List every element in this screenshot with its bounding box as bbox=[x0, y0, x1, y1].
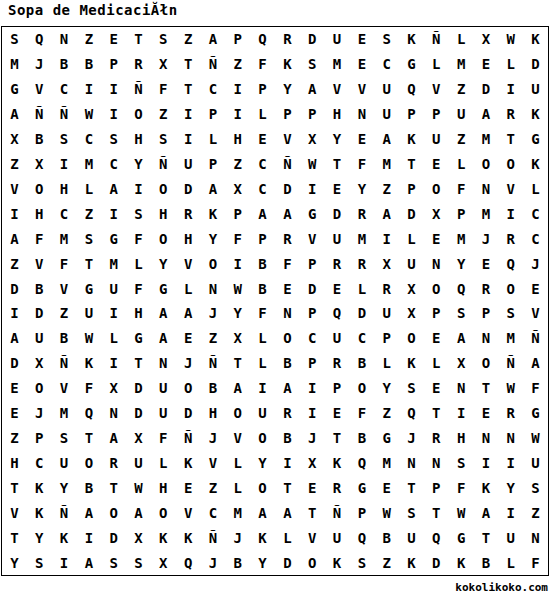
grid-cell: P bbox=[300, 251, 325, 276]
grid-cell: C bbox=[52, 201, 77, 226]
grid-cell: Z bbox=[76, 27, 101, 52]
grid-cell: Z bbox=[523, 500, 548, 525]
grid-cell: O bbox=[76, 450, 101, 475]
grid-cell: Ñ bbox=[201, 351, 226, 376]
grid-cell: K bbox=[325, 550, 350, 575]
grid-cell: F bbox=[225, 226, 250, 251]
grid-cell: S bbox=[52, 127, 77, 152]
grid-cell: E bbox=[349, 52, 374, 77]
grid-cell: X bbox=[225, 326, 250, 351]
grid-cell: N bbox=[101, 401, 126, 426]
grid-cell: B bbox=[52, 52, 77, 77]
grid-cell: T bbox=[325, 426, 350, 451]
grid-cell: D bbox=[101, 525, 126, 550]
grid-cell: U bbox=[52, 450, 77, 475]
grid-cell: T bbox=[225, 351, 250, 376]
grid-cell: L bbox=[225, 475, 250, 500]
grid-cell: A bbox=[101, 426, 126, 451]
grid-cell: K bbox=[399, 127, 424, 152]
grid-cell: N bbox=[399, 450, 424, 475]
grid-cell: C bbox=[101, 152, 126, 177]
grid-cell: Z bbox=[201, 475, 226, 500]
grid-cell: Y bbox=[27, 525, 52, 550]
grid-cell: S bbox=[2, 27, 27, 52]
grid-cell: A bbox=[101, 176, 126, 201]
grid-cell: N bbox=[523, 525, 548, 550]
grid-cell: Ñ bbox=[176, 426, 201, 451]
grid-cell: L bbox=[349, 276, 374, 301]
grid-cell: X bbox=[399, 276, 424, 301]
grid-cell: T bbox=[76, 426, 101, 451]
grid-cell: V bbox=[27, 77, 52, 102]
grid-cell: K bbox=[27, 475, 52, 500]
grid-cell: Y bbox=[325, 127, 350, 152]
grid-cell: P bbox=[300, 102, 325, 127]
grid-cell: M bbox=[449, 52, 474, 77]
grid-cell: E bbox=[424, 326, 449, 351]
grid-cell: J bbox=[201, 301, 226, 326]
grid-cell: L bbox=[176, 276, 201, 301]
grid-cell: U bbox=[374, 301, 399, 326]
grid-cell: Z bbox=[225, 152, 250, 177]
grid-cell: U bbox=[399, 525, 424, 550]
grid-cell: T bbox=[474, 376, 499, 401]
grid-cell: T bbox=[2, 475, 27, 500]
grid-cell: J bbox=[201, 550, 226, 575]
grid-cell: X bbox=[151, 550, 176, 575]
grid-cell: K bbox=[176, 525, 201, 550]
grid-cell: A bbox=[76, 500, 101, 525]
grid-cell: N bbox=[474, 176, 499, 201]
grid-cell: P bbox=[424, 475, 449, 500]
grid-cell: E bbox=[325, 176, 350, 201]
grid-cell: M bbox=[325, 52, 350, 77]
grid-cell: N bbox=[52, 27, 77, 52]
grid-cell: Q bbox=[250, 27, 275, 52]
grid-cell: M bbox=[474, 201, 499, 226]
grid-cell: P bbox=[325, 376, 350, 401]
grid-cell: V bbox=[201, 450, 226, 475]
grid-cell: U bbox=[151, 376, 176, 401]
grid-cell: X bbox=[300, 127, 325, 152]
grid-cell: H bbox=[52, 176, 77, 201]
grid-cell: D bbox=[275, 176, 300, 201]
grid-cell: L bbox=[275, 525, 300, 550]
grid-cell: F bbox=[250, 52, 275, 77]
grid-cell: X bbox=[474, 27, 499, 52]
grid-cell: B bbox=[201, 376, 226, 401]
grid-cell: Y bbox=[52, 475, 77, 500]
grid-cell: F bbox=[126, 276, 151, 301]
grid-cell: T bbox=[399, 152, 424, 177]
grid-cell: P bbox=[474, 301, 499, 326]
grid-cell: W bbox=[225, 276, 250, 301]
grid-cell: K bbox=[151, 525, 176, 550]
grid-cell: P bbox=[250, 77, 275, 102]
grid-cell: K bbox=[523, 27, 548, 52]
grid-cell: I bbox=[449, 401, 474, 426]
grid-cell: E bbox=[374, 475, 399, 500]
grid-cell: K bbox=[399, 351, 424, 376]
grid-cell: X bbox=[101, 376, 126, 401]
grid-cell: H bbox=[201, 401, 226, 426]
grid-cell: R bbox=[498, 401, 523, 426]
grid-cell: D bbox=[27, 301, 52, 326]
grid-cell: E bbox=[424, 152, 449, 177]
grid-cell: Ñ bbox=[52, 351, 77, 376]
grid-cell: R bbox=[325, 251, 350, 276]
grid-cell: Y bbox=[126, 152, 151, 177]
grid-cell: X bbox=[374, 251, 399, 276]
grid-cell: E bbox=[176, 326, 201, 351]
grid-cell: O bbox=[201, 251, 226, 276]
grid-cell: A bbox=[151, 326, 176, 351]
grid-cell: F bbox=[349, 152, 374, 177]
grid-cell: X bbox=[126, 525, 151, 550]
grid-cell: F bbox=[76, 376, 101, 401]
grid-cell: X bbox=[27, 152, 52, 177]
grid-cell: N bbox=[349, 102, 374, 127]
grid-cell: I bbox=[498, 77, 523, 102]
grid-cell: J bbox=[201, 426, 226, 451]
grid-cell: K bbox=[250, 525, 275, 550]
grid-cell: Y bbox=[225, 301, 250, 326]
grid-cell: N bbox=[201, 276, 226, 301]
grid-cell: U bbox=[176, 152, 201, 177]
grid-cell: T bbox=[76, 251, 101, 276]
grid-cell: U bbox=[374, 102, 399, 127]
grid-cell: T bbox=[399, 475, 424, 500]
grid-cell: Ñ bbox=[498, 351, 523, 376]
grid-cell: N bbox=[498, 426, 523, 451]
grid-cell: L bbox=[101, 326, 126, 351]
grid-cell: E bbox=[523, 276, 548, 301]
grid-cell: R bbox=[275, 226, 300, 251]
grid-cell: C bbox=[201, 77, 226, 102]
grid-cell: U bbox=[523, 77, 548, 102]
grid-cell: C bbox=[349, 326, 374, 351]
grid-cell: X bbox=[300, 450, 325, 475]
grid-cell: T bbox=[300, 500, 325, 525]
grid-cell: D bbox=[126, 376, 151, 401]
grid-cell: L bbox=[449, 27, 474, 52]
grid-cell: I bbox=[225, 251, 250, 276]
grid-cell: I bbox=[250, 376, 275, 401]
grid-cell: H bbox=[2, 450, 27, 475]
grid-cell: T bbox=[325, 152, 350, 177]
grid-cell: D bbox=[349, 301, 374, 326]
grid-cell: P bbox=[300, 351, 325, 376]
grid-cell: Z bbox=[2, 251, 27, 276]
grid-cell: F bbox=[151, 77, 176, 102]
grid-cell: O bbox=[126, 102, 151, 127]
grid-cell: I bbox=[275, 450, 300, 475]
grid-cell: N bbox=[424, 450, 449, 475]
grid-cell: O bbox=[275, 326, 300, 351]
grid-cell: F bbox=[449, 475, 474, 500]
grid-cell: A bbox=[474, 500, 499, 525]
grid-cell: O bbox=[498, 152, 523, 177]
grid-cell: D bbox=[523, 52, 548, 77]
grid-cell: T bbox=[424, 401, 449, 426]
grid-cell: P bbox=[201, 102, 226, 127]
grid-cell: M bbox=[374, 152, 399, 177]
grid-cell: D bbox=[176, 176, 201, 201]
grid-cell: D bbox=[126, 401, 151, 426]
grid-cell: B bbox=[275, 426, 300, 451]
grid-cell: E bbox=[474, 251, 499, 276]
grid-cell: B bbox=[52, 326, 77, 351]
grid-cell: E bbox=[250, 127, 275, 152]
grid-cell: W bbox=[374, 500, 399, 525]
grid-cell: K bbox=[399, 550, 424, 575]
grid-cell: L bbox=[523, 176, 548, 201]
grid-cell: M bbox=[52, 401, 77, 426]
grid-cell: A bbox=[300, 77, 325, 102]
grid-cell: E bbox=[424, 376, 449, 401]
grid-cell: O bbox=[27, 376, 52, 401]
grid-cell: A bbox=[126, 500, 151, 525]
grid-cell: V bbox=[349, 77, 374, 102]
grid-cell: I bbox=[76, 77, 101, 102]
grid-cell: P bbox=[300, 301, 325, 326]
grid-cell: Ñ bbox=[151, 152, 176, 177]
grid-cell: V bbox=[2, 500, 27, 525]
grid-cell: P bbox=[424, 102, 449, 127]
grid-cell: S bbox=[300, 52, 325, 77]
grid-cell: B bbox=[76, 475, 101, 500]
grid-cell: Q bbox=[349, 525, 374, 550]
grid-cell: A bbox=[176, 301, 201, 326]
grid-cell: V bbox=[424, 77, 449, 102]
grid-cell: T bbox=[424, 500, 449, 525]
grid-cell: W bbox=[76, 102, 101, 127]
grid-cell: E bbox=[424, 226, 449, 251]
grid-cell: C bbox=[523, 226, 548, 251]
grid-cell: R bbox=[275, 27, 300, 52]
grid-cell: T bbox=[176, 52, 201, 77]
grid-cell: R bbox=[349, 201, 374, 226]
grid-cell: M bbox=[498, 326, 523, 351]
grid-cell: Ñ bbox=[201, 52, 226, 77]
grid-cell: V bbox=[498, 176, 523, 201]
grid-cell: M bbox=[101, 251, 126, 276]
grid-cell: O bbox=[424, 276, 449, 301]
grid-cell: C bbox=[250, 152, 275, 177]
grid-cell: J bbox=[300, 426, 325, 451]
grid-cell: R bbox=[424, 426, 449, 451]
grid-cell: J bbox=[474, 226, 499, 251]
grid-cell: O bbox=[498, 276, 523, 301]
grid-cell: J bbox=[176, 351, 201, 376]
grid-cell: S bbox=[126, 550, 151, 575]
grid-cell: G bbox=[151, 276, 176, 301]
grid-cell: N bbox=[449, 376, 474, 401]
grid-cell: H bbox=[126, 301, 151, 326]
grid-cell: J bbox=[27, 52, 52, 77]
grid-cell: D bbox=[424, 550, 449, 575]
grid-cell: W bbox=[300, 152, 325, 177]
grid-cell: Q bbox=[399, 77, 424, 102]
grid-cell: U bbox=[101, 276, 126, 301]
grid-cell: U bbox=[151, 401, 176, 426]
grid-cell: L bbox=[424, 52, 449, 77]
grid-cell: S bbox=[101, 550, 126, 575]
grid-cell: I bbox=[498, 201, 523, 226]
grid-cell: N bbox=[275, 301, 300, 326]
grid-cell: U bbox=[126, 450, 151, 475]
grid-cell: G bbox=[374, 426, 399, 451]
grid-cell: D bbox=[474, 77, 499, 102]
grid-cell: U bbox=[76, 301, 101, 326]
grid-cell: Q bbox=[399, 401, 424, 426]
grid-cell: U bbox=[523, 450, 548, 475]
grid-cell: W bbox=[76, 326, 101, 351]
grid-cell: F bbox=[349, 401, 374, 426]
grid-cell: K bbox=[449, 550, 474, 575]
grid-cell: A bbox=[2, 102, 27, 127]
grid-cell: X bbox=[399, 301, 424, 326]
grid-cell: Z bbox=[374, 550, 399, 575]
grid-cell: S bbox=[498, 301, 523, 326]
grid-cell: U bbox=[325, 525, 350, 550]
grid-cell: S bbox=[76, 226, 101, 251]
grid-cell: O bbox=[101, 500, 126, 525]
grid-cell: K bbox=[176, 450, 201, 475]
grid-cell: O bbox=[151, 176, 176, 201]
watermark-text: kokolikoko.com bbox=[455, 581, 548, 594]
grid-cell: H bbox=[151, 475, 176, 500]
grid-cell: F bbox=[126, 226, 151, 251]
grid-cell: H bbox=[126, 127, 151, 152]
grid-cell: O bbox=[474, 351, 499, 376]
grid-cell: O bbox=[474, 152, 499, 177]
grid-cell: F bbox=[523, 550, 548, 575]
grid-cell: L bbox=[250, 102, 275, 127]
grid-cell: X bbox=[151, 52, 176, 77]
grid-cell: C bbox=[52, 77, 77, 102]
grid-cell: U bbox=[27, 326, 52, 351]
grid-cell: B bbox=[225, 550, 250, 575]
grid-cell: T bbox=[126, 27, 151, 52]
grid-cell: Y bbox=[275, 77, 300, 102]
grid-cell: S bbox=[101, 127, 126, 152]
grid-cell: R bbox=[325, 351, 350, 376]
grid-cell: A bbox=[275, 500, 300, 525]
grid-cell: L bbox=[374, 351, 399, 376]
grid-cell: G bbox=[449, 525, 474, 550]
grid-cell: S bbox=[349, 550, 374, 575]
grid-cell: P bbox=[399, 176, 424, 201]
grid-cell: P bbox=[374, 326, 399, 351]
grid-cell: B bbox=[250, 251, 275, 276]
grid-cell: L bbox=[399, 226, 424, 251]
grid-cell: B bbox=[474, 550, 499, 575]
grid-cell: I bbox=[52, 550, 77, 575]
grid-cell: Y bbox=[498, 475, 523, 500]
grid-cell: I bbox=[101, 301, 126, 326]
grid-cell: C bbox=[27, 450, 52, 475]
grid-cell: L bbox=[250, 351, 275, 376]
grid-cell: X bbox=[225, 176, 250, 201]
grid-cell: D bbox=[2, 276, 27, 301]
grid-cell: I bbox=[52, 152, 77, 177]
grid-cell: B bbox=[27, 127, 52, 152]
grid-cell: M bbox=[349, 226, 374, 251]
grid-cell: P bbox=[275, 102, 300, 127]
grid-cell: T bbox=[126, 351, 151, 376]
grid-cell: S bbox=[374, 27, 399, 52]
grid-cell: Ñ bbox=[126, 77, 151, 102]
grid-cell: O bbox=[250, 475, 275, 500]
grid-cell: T bbox=[176, 77, 201, 102]
grid-cell: N bbox=[474, 326, 499, 351]
grid-cell: A bbox=[374, 201, 399, 226]
grid-cell: Y bbox=[250, 550, 275, 575]
grid-cell: Q bbox=[349, 450, 374, 475]
grid-cell: S bbox=[523, 475, 548, 500]
grid-cell: A bbox=[201, 27, 226, 52]
grid-cell: S bbox=[52, 426, 77, 451]
grid-cell: K bbox=[523, 152, 548, 177]
grid-cell: E bbox=[101, 27, 126, 52]
grid-cell: U bbox=[250, 401, 275, 426]
grid-cell: T bbox=[275, 475, 300, 500]
grid-cell: L bbox=[250, 326, 275, 351]
grid-cell: Ñ bbox=[52, 500, 77, 525]
grid-cell: R bbox=[275, 401, 300, 426]
grid-cell: A bbox=[275, 376, 300, 401]
grid-cell: G bbox=[300, 201, 325, 226]
grid-cell: O bbox=[27, 176, 52, 201]
grid-cell: V bbox=[325, 77, 350, 102]
grid-cell: R bbox=[498, 102, 523, 127]
grid-cell: I bbox=[474, 450, 499, 475]
grid-cell: Z bbox=[374, 176, 399, 201]
grid-cell: Ñ bbox=[523, 326, 548, 351]
grid-cell: S bbox=[151, 27, 176, 52]
grid-cell: G bbox=[126, 326, 151, 351]
grid-cell: F bbox=[523, 376, 548, 401]
grid-cell: A bbox=[2, 226, 27, 251]
grid-cell: E bbox=[275, 276, 300, 301]
grid-cell: P bbox=[101, 52, 126, 77]
grid-cell: C bbox=[300, 326, 325, 351]
grid-cell: A bbox=[275, 201, 300, 226]
grid-cell: U bbox=[374, 77, 399, 102]
grid-cell: U bbox=[449, 102, 474, 127]
grid-cell: K bbox=[523, 102, 548, 127]
grid-cell: Z bbox=[176, 27, 201, 52]
grid-cell: U bbox=[325, 326, 350, 351]
grid-cell: M bbox=[52, 226, 77, 251]
grid-cell: U bbox=[325, 226, 350, 251]
grid-cell: F bbox=[52, 251, 77, 276]
grid-cell: I bbox=[498, 500, 523, 525]
grid-cell: G bbox=[101, 226, 126, 251]
grid-cell: J bbox=[27, 401, 52, 426]
grid-cell: D bbox=[399, 201, 424, 226]
grid-cell: B bbox=[275, 351, 300, 376]
word-search-page: Sopa de MedicaciĂłn SQNZETSZAPQRDUESKÑLX… bbox=[0, 0, 551, 596]
grid-cell: R bbox=[374, 276, 399, 301]
grid-cell: E bbox=[300, 475, 325, 500]
grid-cell: A bbox=[250, 500, 275, 525]
grid-cell: C bbox=[374, 52, 399, 77]
grid-cell: G bbox=[349, 475, 374, 500]
grid-cell: H bbox=[449, 426, 474, 451]
grid-cell: K bbox=[474, 475, 499, 500]
